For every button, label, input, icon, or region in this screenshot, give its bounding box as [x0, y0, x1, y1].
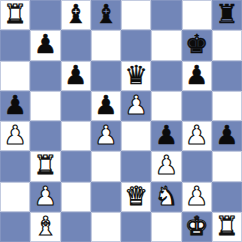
square-g5[interactable] — [182, 91, 212, 121]
square-g1[interactable]: ♚ — [182, 212, 212, 242]
square-d1[interactable] — [91, 212, 121, 242]
black-rook-h8: ♜ — [215, 1, 238, 27]
square-c7[interactable] — [61, 30, 91, 60]
square-e3[interactable] — [121, 151, 151, 181]
square-e5[interactable]: ♟ — [121, 91, 151, 121]
white-pawn-b2: ♟ — [34, 183, 57, 209]
square-a1[interactable] — [0, 212, 30, 242]
square-d6[interactable] — [91, 61, 121, 91]
square-f1[interactable] — [151, 212, 181, 242]
square-a2[interactable] — [0, 182, 30, 212]
square-f2[interactable]: ♞ — [151, 182, 181, 212]
square-a7[interactable] — [0, 30, 30, 60]
square-c8[interactable]: ♝ — [61, 0, 91, 30]
square-a6[interactable] — [0, 61, 30, 91]
white-pawn-a4: ♟ — [3, 122, 26, 148]
square-d3[interactable] — [91, 151, 121, 181]
square-d2[interactable] — [91, 182, 121, 212]
square-g4[interactable]: ♟ — [182, 121, 212, 151]
square-e7[interactable] — [121, 30, 151, 60]
square-f5[interactable] — [151, 91, 181, 121]
white-pawn-f3: ♟ — [155, 152, 178, 178]
square-e6[interactable]: ♛ — [121, 61, 151, 91]
square-b2[interactable]: ♟ — [30, 182, 60, 212]
square-b6[interactable] — [30, 61, 60, 91]
black-queen-e6: ♛ — [124, 62, 147, 88]
black-bishop-c8: ♝ — [64, 1, 87, 27]
white-pawn-g2: ♟ — [185, 183, 208, 209]
white-rook-a8: ♜ — [3, 1, 26, 27]
square-d7[interactable] — [91, 30, 121, 60]
square-c6[interactable]: ♟ — [61, 61, 91, 91]
square-c2[interactable] — [61, 182, 91, 212]
square-g8[interactable] — [182, 0, 212, 30]
square-a3[interactable] — [0, 151, 30, 181]
white-bishop-b1: ♝ — [34, 213, 57, 239]
square-a4[interactable]: ♟ — [0, 121, 30, 151]
square-h8[interactable]: ♜ — [212, 0, 242, 30]
square-f8[interactable] — [151, 0, 181, 30]
white-rook-b3: ♜ — [34, 152, 57, 178]
black-pawn-c6: ♟ — [64, 62, 87, 88]
square-g2[interactable]: ♟ — [182, 182, 212, 212]
white-king-g1: ♚ — [185, 213, 208, 239]
square-g7[interactable]: ♚ — [182, 30, 212, 60]
square-d4[interactable]: ♟ — [91, 121, 121, 151]
square-f3[interactable]: ♟ — [151, 151, 181, 181]
black-pawn-b7: ♟ — [34, 31, 57, 57]
square-c5[interactable] — [61, 91, 91, 121]
square-d8[interactable]: ♝ — [91, 0, 121, 30]
black-pawn-d5: ♟ — [94, 92, 117, 118]
black-pawn-g6: ♟ — [185, 62, 208, 88]
square-g6[interactable]: ♟ — [182, 61, 212, 91]
chess-board: ♜♝♝♜♟♚♟♛♟♟♟♟♟♟♟♟♟♜♟♟♛♞♟♝♚♜ — [0, 0, 242, 242]
square-b1[interactable]: ♝ — [30, 212, 60, 242]
square-f4[interactable]: ♟ — [151, 121, 181, 151]
square-g3[interactable] — [182, 151, 212, 181]
square-c1[interactable] — [61, 212, 91, 242]
square-c3[interactable] — [61, 151, 91, 181]
square-b5[interactable] — [30, 91, 60, 121]
square-b3[interactable]: ♜ — [30, 151, 60, 181]
square-a5[interactable]: ♟ — [0, 91, 30, 121]
square-e1[interactable] — [121, 212, 151, 242]
white-knight-f2: ♞ — [155, 183, 178, 209]
black-pawn-h4: ♟ — [215, 122, 238, 148]
square-h7[interactable] — [212, 30, 242, 60]
square-b7[interactable]: ♟ — [30, 30, 60, 60]
black-pawn-f4: ♟ — [155, 122, 178, 148]
square-f7[interactable] — [151, 30, 181, 60]
white-pawn-d4: ♟ — [94, 122, 117, 148]
square-e8[interactable] — [121, 0, 151, 30]
square-e4[interactable] — [121, 121, 151, 151]
square-h4[interactable]: ♟ — [212, 121, 242, 151]
square-h2[interactable] — [212, 182, 242, 212]
square-d5[interactable]: ♟ — [91, 91, 121, 121]
white-queen-e2: ♛ — [124, 183, 147, 209]
white-pawn-g4: ♟ — [185, 122, 208, 148]
black-pawn-a5: ♟ — [3, 92, 26, 118]
black-king-g7: ♚ — [185, 31, 208, 57]
chess-board-container: ♜♝♝♜♟♚♟♛♟♟♟♟♟♟♟♟♟♜♟♟♛♞♟♝♚♜ — [0, 0, 242, 242]
square-h1[interactable]: ♜ — [212, 212, 242, 242]
square-h5[interactable] — [212, 91, 242, 121]
square-h6[interactable] — [212, 61, 242, 91]
square-b4[interactable] — [30, 121, 60, 151]
square-e2[interactable]: ♛ — [121, 182, 151, 212]
white-pawn-e5: ♟ — [124, 92, 147, 118]
square-b8[interactable] — [30, 0, 60, 30]
square-a8[interactable]: ♜ — [0, 0, 30, 30]
white-rook-h1: ♜ — [215, 213, 238, 239]
black-bishop-d8: ♝ — [94, 1, 117, 27]
square-f6[interactable] — [151, 61, 181, 91]
square-c4[interactable] — [61, 121, 91, 151]
square-h3[interactable] — [212, 151, 242, 181]
